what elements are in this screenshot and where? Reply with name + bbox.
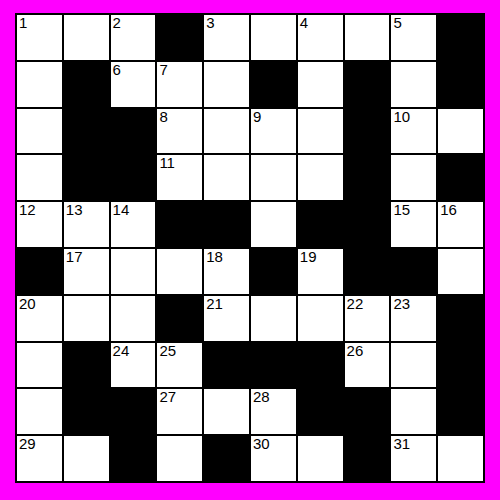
cell-r8c9[interactable] bbox=[391, 343, 436, 388]
cell-r10c7[interactable] bbox=[298, 436, 343, 481]
cell-r2c5[interactable] bbox=[204, 62, 249, 107]
clue-number: 4 bbox=[300, 15, 308, 31]
cell-r1c9[interactable]: 5 bbox=[391, 15, 436, 60]
cell-r5c9[interactable]: 15 bbox=[391, 202, 436, 247]
cell-r2c9[interactable] bbox=[391, 62, 436, 107]
cell-r9c3 bbox=[111, 389, 156, 434]
cell-r6c3[interactable] bbox=[111, 249, 156, 294]
cell-r3c6[interactable]: 9 bbox=[251, 109, 296, 154]
cell-r3c10[interactable] bbox=[438, 109, 483, 154]
cell-r3c7[interactable] bbox=[298, 109, 343, 154]
clue-number: 15 bbox=[393, 202, 410, 218]
clue-number: 11 bbox=[159, 155, 175, 171]
cell-r3c4[interactable]: 8 bbox=[157, 109, 202, 154]
cell-r7c10 bbox=[438, 296, 483, 341]
cell-r6c4[interactable] bbox=[157, 249, 202, 294]
cell-r2c8 bbox=[345, 62, 390, 107]
cell-r9c6[interactable]: 28 bbox=[251, 389, 296, 434]
clue-number: 22 bbox=[347, 296, 364, 312]
cell-r3c5[interactable] bbox=[204, 109, 249, 154]
cell-r7c7[interactable] bbox=[298, 296, 343, 341]
cell-r6c2[interactable]: 17 bbox=[64, 249, 109, 294]
cell-r10c10[interactable] bbox=[438, 436, 483, 481]
cell-r9c4[interactable]: 27 bbox=[157, 389, 202, 434]
cell-r9c2 bbox=[64, 389, 109, 434]
cell-r7c3[interactable] bbox=[111, 296, 156, 341]
cell-r5c8 bbox=[345, 202, 390, 247]
cell-r10c6[interactable]: 30 bbox=[251, 436, 296, 481]
clue-number: 14 bbox=[113, 202, 130, 218]
cell-r8c6 bbox=[251, 343, 296, 388]
cell-r3c1[interactable] bbox=[17, 109, 62, 154]
cell-r9c1[interactable] bbox=[17, 389, 62, 434]
clue-number: 7 bbox=[159, 62, 167, 78]
cell-r3c3 bbox=[111, 109, 156, 154]
cell-r7c9[interactable]: 23 bbox=[391, 296, 436, 341]
cell-r8c4[interactable]: 25 bbox=[157, 343, 202, 388]
clue-number: 10 bbox=[393, 109, 410, 125]
clue-number: 24 bbox=[113, 343, 130, 359]
cell-r6c1 bbox=[17, 249, 62, 294]
cell-r4c2 bbox=[64, 155, 109, 200]
cell-r5c4 bbox=[157, 202, 202, 247]
cell-r8c3[interactable]: 24 bbox=[111, 343, 156, 388]
cell-r10c4[interactable] bbox=[157, 436, 202, 481]
cell-r8c10 bbox=[438, 343, 483, 388]
clue-number: 2 bbox=[113, 15, 121, 31]
cell-r4c1[interactable] bbox=[17, 155, 62, 200]
clue-number: 9 bbox=[253, 109, 261, 125]
cell-r8c7 bbox=[298, 343, 343, 388]
cell-r5c6[interactable] bbox=[251, 202, 296, 247]
cell-r10c2[interactable] bbox=[64, 436, 109, 481]
cell-r2c3[interactable]: 6 bbox=[111, 62, 156, 107]
clue-number: 29 bbox=[19, 436, 36, 452]
clue-number: 3 bbox=[206, 15, 214, 31]
cell-r2c6 bbox=[251, 62, 296, 107]
cell-r9c7 bbox=[298, 389, 343, 434]
cell-r7c1[interactable]: 20 bbox=[17, 296, 62, 341]
clue-number: 6 bbox=[113, 62, 121, 78]
clue-number: 1 bbox=[19, 15, 27, 31]
clue-number: 20 bbox=[19, 296, 36, 312]
cell-r1c1[interactable]: 1 bbox=[17, 15, 62, 60]
cell-r1c2[interactable] bbox=[64, 15, 109, 60]
cell-r7c4 bbox=[157, 296, 202, 341]
crossword-grid: 1234567891011121314151617181920212223242… bbox=[15, 13, 485, 483]
cell-r3c8 bbox=[345, 109, 390, 154]
cell-r4c10 bbox=[438, 155, 483, 200]
cell-r2c10 bbox=[438, 62, 483, 107]
cell-r6c7[interactable]: 19 bbox=[298, 249, 343, 294]
cell-r5c3[interactable]: 14 bbox=[111, 202, 156, 247]
cell-r9c5[interactable] bbox=[204, 389, 249, 434]
clue-number: 23 bbox=[393, 296, 410, 312]
cell-r5c1[interactable]: 12 bbox=[17, 202, 62, 247]
cell-r10c5 bbox=[204, 436, 249, 481]
cell-r4c7[interactable] bbox=[298, 155, 343, 200]
clue-number: 12 bbox=[19, 202, 36, 218]
cell-r2c1[interactable] bbox=[17, 62, 62, 107]
clue-number: 21 bbox=[206, 296, 223, 312]
cell-r7c5[interactable]: 21 bbox=[204, 296, 249, 341]
cell-r7c2[interactable] bbox=[64, 296, 109, 341]
cell-r3c2 bbox=[64, 109, 109, 154]
cell-r6c6 bbox=[251, 249, 296, 294]
cell-r4c6[interactable] bbox=[251, 155, 296, 200]
cell-r8c1[interactable] bbox=[17, 343, 62, 388]
cell-r7c8[interactable]: 22 bbox=[345, 296, 390, 341]
clue-number: 19 bbox=[300, 249, 317, 265]
cell-r5c2[interactable]: 13 bbox=[64, 202, 109, 247]
cell-r10c1[interactable]: 29 bbox=[17, 436, 62, 481]
page: { "game": "crossword", "board": { "rows"… bbox=[0, 0, 500, 500]
cell-r6c8 bbox=[345, 249, 390, 294]
cell-r5c10[interactable]: 16 bbox=[438, 202, 483, 247]
cell-r4c8 bbox=[345, 155, 390, 200]
cell-r2c4[interactable]: 7 bbox=[157, 62, 202, 107]
cell-r4c3 bbox=[111, 155, 156, 200]
cell-r8c5 bbox=[204, 343, 249, 388]
cell-r6c10[interactable] bbox=[438, 249, 483, 294]
cell-r9c10 bbox=[438, 389, 483, 434]
cell-r2c7[interactable] bbox=[298, 62, 343, 107]
clue-number: 31 bbox=[393, 436, 410, 452]
cell-r4c4[interactable]: 11 bbox=[157, 155, 202, 200]
clue-number: 16 bbox=[440, 202, 457, 218]
clue-number: 30 bbox=[253, 436, 270, 452]
clue-number: 13 bbox=[66, 202, 83, 218]
cell-r1c3[interactable]: 2 bbox=[111, 15, 156, 60]
cell-r10c9[interactable]: 31 bbox=[391, 436, 436, 481]
cell-r2c2 bbox=[64, 62, 109, 107]
cell-r8c2 bbox=[64, 343, 109, 388]
cell-r1c6[interactable] bbox=[251, 15, 296, 60]
cell-r4c9[interactable] bbox=[391, 155, 436, 200]
clue-number: 27 bbox=[159, 389, 176, 405]
cell-r6c5[interactable]: 18 bbox=[204, 249, 249, 294]
clue-number: 26 bbox=[347, 343, 364, 359]
cell-r6c9 bbox=[391, 249, 436, 294]
cell-r1c7[interactable]: 4 bbox=[298, 15, 343, 60]
cell-r1c10 bbox=[438, 15, 483, 60]
cell-r1c5[interactable]: 3 bbox=[204, 15, 249, 60]
cell-r4c5[interactable] bbox=[204, 155, 249, 200]
cell-r8c8[interactable]: 26 bbox=[345, 343, 390, 388]
clue-number: 5 bbox=[393, 15, 401, 31]
cell-r9c9[interactable] bbox=[391, 389, 436, 434]
cell-r1c8[interactable] bbox=[345, 15, 390, 60]
clue-number: 8 bbox=[159, 109, 167, 125]
cell-r3c9[interactable]: 10 bbox=[391, 109, 436, 154]
clue-number: 17 bbox=[66, 249, 83, 265]
cell-r7c6[interactable] bbox=[251, 296, 296, 341]
cell-r5c5 bbox=[204, 202, 249, 247]
cell-r10c3 bbox=[111, 436, 156, 481]
cell-r5c7 bbox=[298, 202, 343, 247]
clue-number: 25 bbox=[159, 343, 176, 359]
cell-r9c8 bbox=[345, 389, 390, 434]
cell-r1c4 bbox=[157, 15, 202, 60]
clue-number: 18 bbox=[206, 249, 223, 265]
clue-number: 28 bbox=[253, 389, 270, 405]
cell-r10c8 bbox=[345, 436, 390, 481]
